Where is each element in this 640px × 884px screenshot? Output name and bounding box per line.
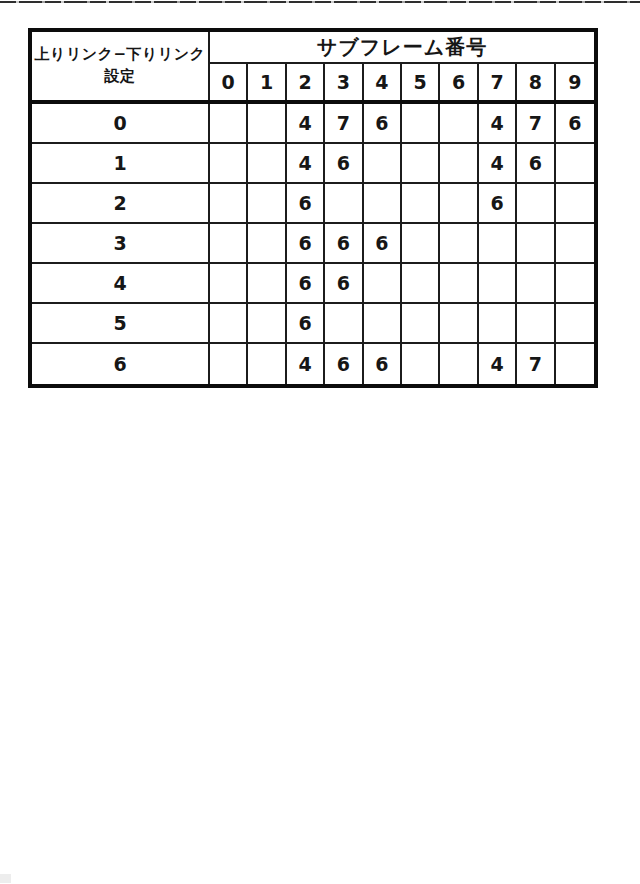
- data-cell: 4: [479, 144, 517, 182]
- scan-top-edge-line: [0, 1, 640, 3]
- data-cell: [248, 184, 286, 222]
- data-cell: [402, 144, 440, 182]
- data-cell: [248, 264, 286, 302]
- data-cell: 4: [287, 104, 325, 142]
- column-header-cell: 7: [479, 64, 517, 100]
- data-cell: 6: [364, 224, 402, 262]
- data-cell: [210, 144, 248, 182]
- data-cell: [248, 344, 286, 384]
- data-cell: [248, 144, 286, 182]
- data-cell: 4: [287, 144, 325, 182]
- data-cell: [364, 264, 402, 302]
- data-cell: [556, 184, 594, 222]
- data-cell: 6: [287, 224, 325, 262]
- table-row: 4 6 6: [32, 264, 594, 304]
- data-cell: [440, 104, 478, 142]
- data-cell: [210, 304, 248, 342]
- subframe-header-cell: サブフレーム番号: [210, 32, 594, 64]
- table-row: 0 4 7 6 4 7 6: [32, 104, 594, 144]
- data-cell: [364, 144, 402, 182]
- row-label-cell: 4: [32, 264, 210, 302]
- data-cell: [517, 304, 555, 342]
- data-cell: [248, 224, 286, 262]
- data-cell: 6: [325, 344, 363, 384]
- config-table: 上りリンク−下りリンク 設定 サブフレーム番号 0 1 2 3 4 5 6 7 …: [28, 28, 598, 388]
- data-cell: [210, 224, 248, 262]
- data-cell: 6: [517, 144, 555, 182]
- data-cell: 4: [287, 344, 325, 384]
- data-cell: [364, 184, 402, 222]
- table-row: 6 4 6 6 4 7: [32, 344, 594, 384]
- data-cell: 6: [556, 104, 594, 142]
- corner-header-line1: 上りリンク−下りリンク: [35, 44, 206, 66]
- data-cell: [440, 264, 478, 302]
- patent-figure-page: { "game": "lte-tdd-uplink-downlink-confi…: [0, 0, 640, 884]
- data-cell: [440, 304, 478, 342]
- data-cell: [440, 344, 478, 384]
- data-cell: [402, 104, 440, 142]
- column-header-cell: 4: [364, 64, 402, 100]
- column-header-cell: 3: [325, 64, 363, 100]
- data-cell: [210, 344, 248, 384]
- data-cell: 6: [287, 304, 325, 342]
- corner-header-cell: 上りリンク−下りリンク 設定: [32, 32, 210, 100]
- data-cell: [479, 224, 517, 262]
- column-header-cell: 8: [517, 64, 555, 100]
- data-cell: [556, 144, 594, 182]
- data-cell: [364, 304, 402, 342]
- table-row: 3 6 6 6: [32, 224, 594, 264]
- data-cell: 6: [325, 224, 363, 262]
- data-cell: [402, 224, 440, 262]
- data-cell: 7: [517, 344, 555, 384]
- data-cell: 6: [325, 264, 363, 302]
- row-label-cell: 5: [32, 304, 210, 342]
- data-cell: 4: [479, 104, 517, 142]
- data-cell: [556, 344, 594, 384]
- column-header-cell: 0: [210, 64, 248, 100]
- table-header: 上りリンク−下りリンク 設定 サブフレーム番号 0 1 2 3 4 5 6 7 …: [32, 32, 594, 104]
- data-cell: [479, 304, 517, 342]
- data-cell: [210, 104, 248, 142]
- data-cell: [210, 264, 248, 302]
- data-cell: [556, 264, 594, 302]
- data-cell: [325, 304, 363, 342]
- data-cell: [402, 184, 440, 222]
- table-row: 2 6 6: [32, 184, 594, 224]
- corner-header-line2: 設定: [105, 66, 136, 88]
- column-header-cell: 1: [248, 64, 286, 100]
- data-cell: 4: [479, 344, 517, 384]
- data-cell: 7: [325, 104, 363, 142]
- data-cell: 6: [287, 184, 325, 222]
- data-cell: [325, 184, 363, 222]
- data-cell: [210, 184, 248, 222]
- data-cell: [402, 304, 440, 342]
- data-cell: 7: [517, 104, 555, 142]
- data-cell: [248, 104, 286, 142]
- table-row: 1 4 6 4 6: [32, 144, 594, 184]
- data-cell: 6: [325, 144, 363, 182]
- data-cell: 6: [479, 184, 517, 222]
- data-cell: [479, 264, 517, 302]
- scan-artifact-speck: [0, 874, 11, 883]
- data-cell: 6: [364, 104, 402, 142]
- data-cell: 6: [364, 344, 402, 384]
- data-cell: [440, 144, 478, 182]
- data-cell: [402, 264, 440, 302]
- row-label-cell: 1: [32, 144, 210, 182]
- column-header-cell: 6: [440, 64, 478, 100]
- data-cell: [517, 224, 555, 262]
- row-label-cell: 6: [32, 344, 210, 384]
- data-cell: [440, 224, 478, 262]
- row-label-cell: 2: [32, 184, 210, 222]
- column-header-cell: 2: [287, 64, 325, 100]
- data-cell: [556, 224, 594, 262]
- data-cell: [556, 304, 594, 342]
- data-cell: [440, 184, 478, 222]
- row-label-cell: 0: [32, 104, 210, 142]
- column-header-cell: 9: [556, 64, 594, 100]
- data-cell: 6: [287, 264, 325, 302]
- data-cell: [248, 304, 286, 342]
- table-row: 5 6: [32, 304, 594, 344]
- row-label-cell: 3: [32, 224, 210, 262]
- data-cell: [517, 184, 555, 222]
- data-cell: [402, 344, 440, 384]
- data-cell: [517, 264, 555, 302]
- column-header-cell: 5: [402, 64, 440, 100]
